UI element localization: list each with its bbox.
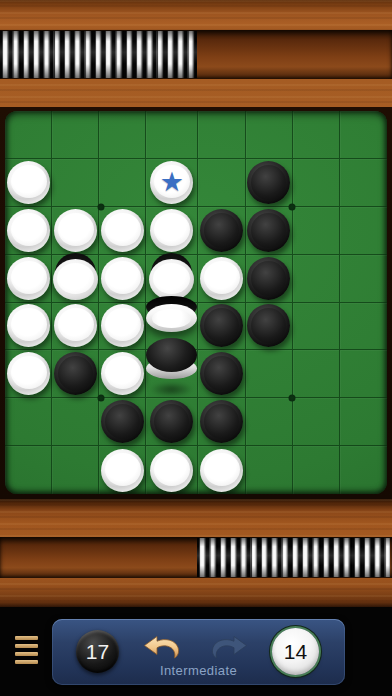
cell-h2[interactable] — [340, 159, 387, 207]
flip-white-face — [149, 259, 194, 300]
black-disc — [247, 304, 290, 347]
white-disc — [54, 209, 97, 252]
status-panel: 17 — [52, 619, 345, 685]
cell-a3[interactable] — [5, 207, 52, 255]
black-disc-flipping — [146, 338, 197, 379]
othello-app-screen: ★ 17 — [0, 0, 392, 696]
top-wood-frame — [0, 0, 392, 107]
cell-f4[interactable] — [246, 255, 293, 303]
white-disc-last-move: ★ — [150, 161, 193, 204]
cell-g7[interactable] — [293, 398, 340, 446]
hamburger-icon — [15, 652, 38, 656]
cell-b7[interactable] — [52, 398, 99, 446]
white-disc — [7, 161, 50, 204]
cell-b3[interactable] — [52, 207, 99, 255]
cell-c7[interactable] — [99, 398, 146, 446]
white-disc — [7, 209, 50, 252]
menu-button[interactable] — [15, 636, 38, 664]
cell-a8[interactable] — [5, 446, 52, 494]
cell-c2[interactable] — [99, 159, 146, 207]
cell-e6[interactable] — [198, 350, 245, 398]
redo-arrow-icon — [209, 632, 249, 662]
cell-e4[interactable] — [198, 255, 245, 303]
cell-c6[interactable] — [99, 350, 146, 398]
flip-black-face — [146, 338, 197, 372]
cell-h5[interactable] — [340, 303, 387, 351]
cell-c8[interactable] — [99, 446, 146, 494]
white-disc — [150, 209, 193, 252]
board-grid: ★ — [5, 111, 387, 494]
white-disc — [101, 209, 144, 252]
black-disc — [54, 352, 97, 395]
cell-c1[interactable] — [99, 111, 146, 159]
cell-a6[interactable] — [5, 350, 52, 398]
cell-c3[interactable] — [99, 207, 146, 255]
cell-d6[interactable] — [146, 350, 198, 398]
cell-f8[interactable] — [246, 446, 293, 494]
cell-f2[interactable] — [246, 159, 293, 207]
black-disc — [247, 209, 290, 252]
cell-c5[interactable] — [99, 303, 146, 351]
cell-h6[interactable] — [340, 350, 387, 398]
cell-e3[interactable] — [198, 207, 245, 255]
cell-d8[interactable] — [146, 446, 198, 494]
cell-h7[interactable] — [340, 398, 387, 446]
guide-dot — [288, 395, 295, 402]
board-frame-edge: ★ — [0, 107, 392, 499]
cell-d2[interactable]: ★ — [146, 159, 198, 207]
white-disc — [7, 352, 50, 395]
cell-e7[interactable] — [198, 398, 245, 446]
guide-dot — [97, 395, 104, 402]
cell-f6[interactable] — [246, 350, 293, 398]
cell-f7[interactable] — [246, 398, 293, 446]
guide-dot — [97, 203, 104, 210]
flip-white-face — [146, 304, 197, 332]
cell-a7[interactable] — [5, 398, 52, 446]
black-disc — [200, 352, 243, 395]
bottom-disc-stack — [197, 538, 390, 577]
cell-c4[interactable] — [99, 255, 146, 303]
cell-h3[interactable] — [340, 207, 387, 255]
game-board: ★ — [5, 111, 387, 494]
black-disc — [150, 400, 193, 443]
difficulty-label: Intermediate — [52, 663, 345, 678]
black-disc — [101, 400, 144, 443]
undo-button[interactable] — [142, 632, 182, 662]
white-disc — [101, 449, 144, 492]
cell-f3[interactable] — [246, 207, 293, 255]
white-score: 14 — [284, 640, 307, 664]
cell-g4[interactable] — [293, 255, 340, 303]
cell-a4[interactable] — [5, 255, 52, 303]
top-disc-stack — [0, 31, 197, 78]
black-disc — [247, 257, 290, 300]
top-disc-tray — [0, 30, 392, 79]
cell-b8[interactable] — [52, 446, 99, 494]
cell-a5[interactable] — [5, 303, 52, 351]
white-disc — [101, 352, 144, 395]
black-disc — [200, 400, 243, 443]
white-disc — [200, 449, 243, 492]
black-disc — [247, 161, 290, 204]
black-disc — [200, 209, 243, 252]
cell-e1[interactable] — [198, 111, 245, 159]
cell-e5[interactable] — [198, 303, 245, 351]
white-disc — [7, 304, 50, 347]
white-disc — [200, 257, 243, 300]
cell-a1[interactable] — [5, 111, 52, 159]
cell-d3[interactable] — [146, 207, 198, 255]
cell-g3[interactable] — [293, 207, 340, 255]
cell-a2[interactable] — [5, 159, 52, 207]
cell-h8[interactable] — [340, 446, 387, 494]
cell-g5[interactable] — [293, 303, 340, 351]
disc-flipping-edge-on — [146, 296, 197, 334]
cell-b5[interactable] — [52, 303, 99, 351]
white-disc — [7, 257, 50, 300]
cell-g8[interactable] — [293, 446, 340, 494]
white-disc — [101, 304, 144, 347]
guide-dot — [288, 203, 295, 210]
black-score: 17 — [86, 640, 109, 664]
redo-button[interactable] — [209, 632, 249, 662]
cell-e2[interactable] — [198, 159, 245, 207]
undo-arrow-icon — [142, 632, 182, 662]
cell-f5[interactable] — [246, 303, 293, 351]
flip-white-face — [53, 259, 98, 300]
white-disc — [101, 257, 144, 300]
white-disc-flipping — [53, 253, 98, 300]
control-bar: 17 — [0, 607, 392, 696]
white-disc-flipping — [149, 253, 194, 300]
cell-b6[interactable] — [52, 350, 99, 398]
black-disc — [200, 304, 243, 347]
cell-b2[interactable] — [52, 159, 99, 207]
cell-h4[interactable] — [340, 255, 387, 303]
cell-b4[interactable] — [52, 255, 99, 303]
cell-h1[interactable] — [340, 111, 387, 159]
cell-d7[interactable] — [146, 398, 198, 446]
cell-d1[interactable] — [146, 111, 198, 159]
cell-f1[interactable] — [246, 111, 293, 159]
hamburger-icon — [15, 644, 38, 648]
cell-g2[interactable] — [293, 159, 340, 207]
hamburger-icon — [15, 636, 38, 640]
bottom-wood-frame — [0, 499, 392, 607]
cell-e8[interactable] — [198, 446, 245, 494]
white-disc — [54, 304, 97, 347]
cell-b1[interactable] — [52, 111, 99, 159]
last-move-star-icon: ★ — [150, 161, 193, 204]
white-disc — [150, 449, 193, 492]
cell-g6[interactable] — [293, 350, 340, 398]
flip-shadow — [149, 382, 194, 397]
bottom-disc-tray — [0, 537, 392, 578]
hamburger-icon — [15, 660, 38, 664]
cell-g1[interactable] — [293, 111, 340, 159]
